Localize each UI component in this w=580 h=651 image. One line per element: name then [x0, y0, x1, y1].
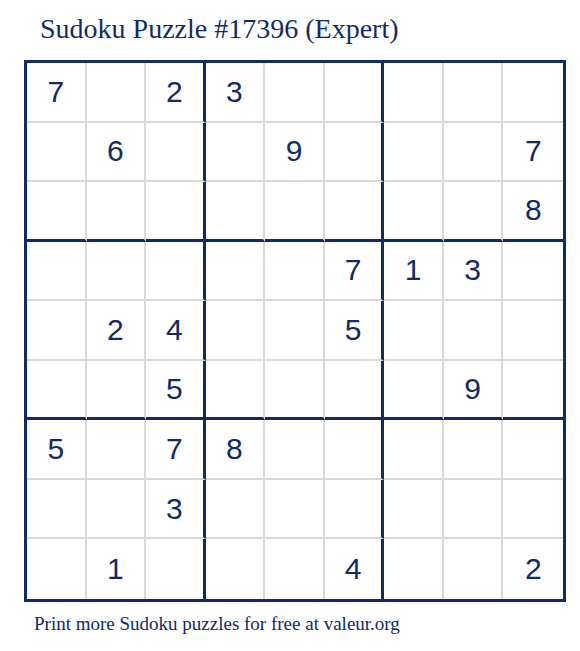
cell-r2c6: [325, 123, 385, 183]
given-digit: 2: [525, 552, 542, 586]
cell-r8c1: [27, 480, 87, 540]
cell-r3c3: [146, 182, 206, 242]
cell-r8c4: [206, 480, 266, 540]
cell-r1c2: [87, 63, 147, 123]
given-digit: 4: [166, 313, 183, 347]
cell-r4c3: [146, 242, 206, 302]
cell-r3c5: [265, 182, 325, 242]
given-digit: 1: [405, 253, 422, 287]
puzzle-title: Sudoku Puzzle #17396 (Expert): [40, 12, 399, 46]
cell-r9c2: 1: [87, 539, 147, 599]
cell-r2c2: 6: [87, 123, 147, 183]
cell-r6c5: [265, 361, 325, 421]
cell-r9c1: [27, 539, 87, 599]
cell-r2c8: [444, 123, 504, 183]
footer-text: Print more Sudoku puzzles for free at va…: [34, 612, 400, 636]
cell-r8c9: [503, 480, 563, 540]
cell-r7c2: [87, 420, 147, 480]
given-digit: 3: [464, 253, 481, 287]
cell-r4c7: 1: [384, 242, 444, 302]
cell-r5c4: [206, 301, 266, 361]
given-digit: 3: [226, 75, 243, 109]
cell-r1c9: [503, 63, 563, 123]
cell-r9c4: [206, 539, 266, 599]
cell-r5c8: [444, 301, 504, 361]
cell-r5c1: [27, 301, 87, 361]
cell-r9c5: [265, 539, 325, 599]
cell-r9c7: [384, 539, 444, 599]
cell-r5c5: [265, 301, 325, 361]
cell-r6c9: [503, 361, 563, 421]
cell-r2c4: [206, 123, 266, 183]
given-digit: 5: [166, 372, 183, 406]
cell-r2c9: 7: [503, 123, 563, 183]
page: Sudoku Puzzle #17396 (Expert) 7236978713…: [0, 0, 580, 651]
cell-r7c1: 5: [27, 420, 87, 480]
cell-r5c9: [503, 301, 563, 361]
cell-r6c7: [384, 361, 444, 421]
given-digit: 3: [166, 492, 183, 526]
cell-r2c3: [146, 123, 206, 183]
cell-r9c3: [146, 539, 206, 599]
cell-r5c6: 5: [325, 301, 385, 361]
cell-r2c5: 9: [265, 123, 325, 183]
cell-r1c8: [444, 63, 504, 123]
cell-r4c2: [87, 242, 147, 302]
cell-r1c4: 3: [206, 63, 266, 123]
cell-r8c2: [87, 480, 147, 540]
cell-r6c8: 9: [444, 361, 504, 421]
cell-r7c7: [384, 420, 444, 480]
given-digit: 2: [166, 75, 183, 109]
cell-r4c1: [27, 242, 87, 302]
cell-r3c7: [384, 182, 444, 242]
cell-r4c9: [503, 242, 563, 302]
cell-r9c8: [444, 539, 504, 599]
cell-r2c7: [384, 123, 444, 183]
cell-r6c6: [325, 361, 385, 421]
cell-r6c1: [27, 361, 87, 421]
given-digit: 2: [107, 313, 124, 347]
cell-r4c5: [265, 242, 325, 302]
given-digit: 7: [47, 75, 64, 109]
sudoku-board: 7236978713245595783142: [24, 60, 566, 602]
cell-r6c4: [206, 361, 266, 421]
given-digit: 6: [107, 134, 124, 168]
cell-r7c4: 8: [206, 420, 266, 480]
given-digit: 1: [107, 552, 124, 586]
cell-r1c3: 2: [146, 63, 206, 123]
cell-r3c1: [27, 182, 87, 242]
cell-r1c5: [265, 63, 325, 123]
given-digit: 7: [166, 432, 183, 466]
cell-r7c9: [503, 420, 563, 480]
cell-r9c9: 2: [503, 539, 563, 599]
cell-r4c6: 7: [325, 242, 385, 302]
cell-r6c3: 5: [146, 361, 206, 421]
cell-r3c6: [325, 182, 385, 242]
cell-r1c1: 7: [27, 63, 87, 123]
cell-r7c5: [265, 420, 325, 480]
cell-r3c9: 8: [503, 182, 563, 242]
cell-r5c3: 4: [146, 301, 206, 361]
cell-r8c8: [444, 480, 504, 540]
cell-r1c7: [384, 63, 444, 123]
given-digit: 7: [345, 253, 362, 287]
cell-r8c5: [265, 480, 325, 540]
cell-r6c2: [87, 361, 147, 421]
given-digit: 9: [286, 134, 303, 168]
cell-r7c8: [444, 420, 504, 480]
cell-r4c4: [206, 242, 266, 302]
given-digit: 8: [525, 193, 542, 227]
given-digit: 4: [345, 552, 362, 586]
cell-r9c6: 4: [325, 539, 385, 599]
cell-r4c8: 3: [444, 242, 504, 302]
cell-r5c7: [384, 301, 444, 361]
cell-r8c6: [325, 480, 385, 540]
cell-r1c6: [325, 63, 385, 123]
given-digit: 5: [345, 313, 362, 347]
given-digit: 5: [47, 432, 64, 466]
cell-r7c3: 7: [146, 420, 206, 480]
given-digit: 8: [226, 432, 243, 466]
cell-r7c6: [325, 420, 385, 480]
cell-r5c2: 2: [87, 301, 147, 361]
cell-r8c7: [384, 480, 444, 540]
cell-r3c8: [444, 182, 504, 242]
cell-r8c3: 3: [146, 480, 206, 540]
cell-r3c4: [206, 182, 266, 242]
cell-r2c1: [27, 123, 87, 183]
cell-r3c2: [87, 182, 147, 242]
given-digit: 9: [464, 372, 481, 406]
given-digit: 7: [525, 134, 542, 168]
